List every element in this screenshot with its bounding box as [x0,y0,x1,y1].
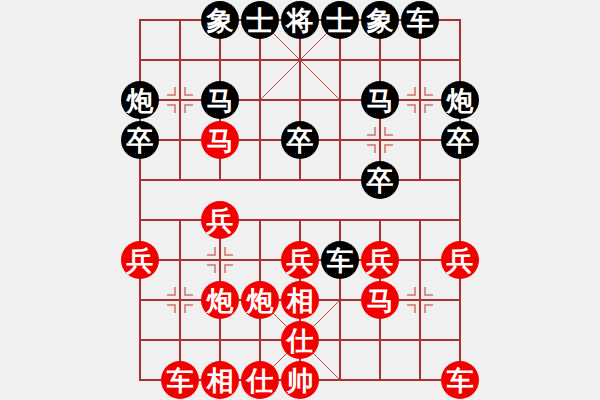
intersection-f7r5[interactable] [360,200,400,240]
intersection-f8r4[interactable] [400,160,440,200]
intersection-f4r1[interactable] [240,40,280,80]
xiangqi-board-screen: 象士将士象车炮马马炮卒马卒卒卒兵兵兵车兵兵炮炮相马仕车相仕帅车 [0,0,600,400]
intersection-f3r6[interactable] [200,240,240,280]
intersection-f6r9[interactable] [320,360,360,400]
intersection-f9r0[interactable] [440,0,480,40]
piece-black-general-f5r0[interactable]: 将 [281,1,319,39]
intersection-f2r5[interactable] [160,200,200,240]
intersection-f1r9[interactable] [120,360,160,400]
piece-black-chariot-f6r6[interactable]: 车 [321,241,359,279]
intersection-f9r4[interactable] [440,160,480,200]
piece-black-advisor-f4r0[interactable]: 士 [241,1,279,39]
intersection-f6r2[interactable] [320,80,360,120]
intersection-f8r3[interactable] [400,120,440,160]
piece-black-horse-f7r2[interactable]: 马 [361,81,399,119]
piece-red-advisor-f5r8[interactable]: 仕 [281,321,319,359]
piece-black-soldier-f9r3[interactable]: 卒 [441,121,479,159]
piece-red-advisor-f4r9[interactable]: 仕 [241,361,279,399]
intersection-f1r1[interactable] [120,40,160,80]
intersection-f9r5[interactable] [440,200,480,240]
intersection-f7r3[interactable] [360,120,400,160]
piece-red-soldier-f5r6[interactable]: 兵 [281,241,319,279]
piece-red-soldier-f3r5[interactable]: 兵 [201,201,239,239]
piece-black-chariot-f8r0[interactable]: 车 [401,1,439,39]
intersection-f3r1[interactable] [200,40,240,80]
piece-black-horse-f3r2[interactable]: 马 [201,81,239,119]
piece-red-chariot-f2r9[interactable]: 车 [161,361,199,399]
intersection-f2r3[interactable] [160,120,200,160]
piece-red-horse-f7r7[interactable]: 马 [361,281,399,319]
intersection-f8r2[interactable] [400,80,440,120]
piece-black-soldier-f5r3[interactable]: 卒 [281,121,319,159]
piece-black-advisor-f6r0[interactable]: 士 [321,1,359,39]
piece-red-cannon-f3r7[interactable]: 炮 [201,281,239,319]
intersection-f2r0[interactable] [160,0,200,40]
piece-black-soldier-f1r3[interactable]: 卒 [121,121,159,159]
intersection-f8r8[interactable] [400,320,440,360]
intersection-f4r2[interactable] [240,80,280,120]
intersection-f7r9[interactable] [360,360,400,400]
piece-black-soldier-f7r4[interactable]: 卒 [361,161,399,199]
intersection-f6r3[interactable] [320,120,360,160]
intersection-f8r1[interactable] [400,40,440,80]
intersection-f1r7[interactable] [120,280,160,320]
intersection-f4r3[interactable] [240,120,280,160]
piece-red-elephant-f5r7[interactable]: 相 [281,281,319,319]
intersection-f1r0[interactable] [120,0,160,40]
piece-black-cannon-f1r2[interactable]: 炮 [121,81,159,119]
intersection-f7r8[interactable] [360,320,400,360]
intersection-f2r4[interactable] [160,160,200,200]
piece-red-horse-f3r3[interactable]: 马 [201,121,239,159]
intersection-f6r4[interactable] [320,160,360,200]
intersection-f1r4[interactable] [120,160,160,200]
intersection-f6r8[interactable] [320,320,360,360]
piece-red-general-f5r9[interactable]: 帅 [281,361,319,399]
piece-red-soldier-f9r6[interactable]: 兵 [441,241,479,279]
intersection-f6r7[interactable] [320,280,360,320]
intersection-f2r8[interactable] [160,320,200,360]
intersection-f5r5[interactable] [280,200,320,240]
intersection-f4r8[interactable] [240,320,280,360]
intersection-f6r1[interactable] [320,40,360,80]
intersection-f3r4[interactable] [200,160,240,200]
intersection-f5r1[interactable] [280,40,320,80]
intersection-f5r4[interactable] [280,160,320,200]
piece-black-elephant-f3r0[interactable]: 象 [201,1,239,39]
intersection-f2r6[interactable] [160,240,200,280]
intersection-f3r8[interactable] [200,320,240,360]
intersection-f9r7[interactable] [440,280,480,320]
intersection-f2r1[interactable] [160,40,200,80]
piece-black-elephant-f7r0[interactable]: 象 [361,1,399,39]
intersection-f9r1[interactable] [440,40,480,80]
intersection-f8r7[interactable] [400,280,440,320]
intersection-f8r6[interactable] [400,240,440,280]
intersection-f8r5[interactable] [400,200,440,240]
intersection-f4r5[interactable] [240,200,280,240]
intersection-f1r8[interactable] [120,320,160,360]
piece-red-elephant-f3r9[interactable]: 相 [201,361,239,399]
intersection-f2r2[interactable] [160,80,200,120]
piece-red-chariot-f9r9[interactable]: 车 [441,361,479,399]
piece-red-cannon-f4r7[interactable]: 炮 [241,281,279,319]
intersection-f5r2[interactable] [280,80,320,120]
intersection-f8r9[interactable] [400,360,440,400]
intersection-f9r8[interactable] [440,320,480,360]
intersection-f1r5[interactable] [120,200,160,240]
intersection-f2r7[interactable] [160,280,200,320]
piece-red-soldier-f7r6[interactable]: 兵 [361,241,399,279]
intersection-f6r5[interactable] [320,200,360,240]
piece-red-soldier-f1r6[interactable]: 兵 [121,241,159,279]
intersection-f4r6[interactable] [240,240,280,280]
intersection-f4r4[interactable] [240,160,280,200]
intersection-f7r1[interactable] [360,40,400,80]
piece-black-cannon-f9r2[interactable]: 炮 [441,81,479,119]
